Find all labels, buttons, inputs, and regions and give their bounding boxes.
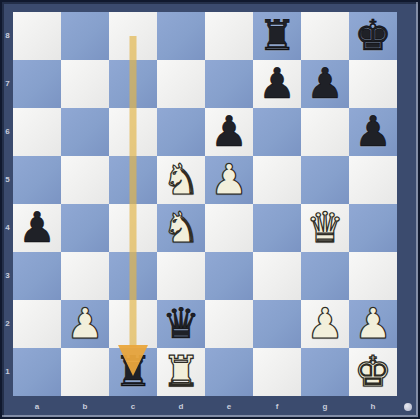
rank-label-7: 7: [2, 60, 13, 108]
square-f6[interactable]: [253, 108, 301, 156]
square-c1[interactable]: ♜: [109, 348, 157, 396]
square-c7[interactable]: [109, 60, 157, 108]
piece-white-knight[interactable]: ♞: [157, 156, 205, 204]
square-h2[interactable]: ♟: [349, 300, 397, 348]
square-e6[interactable]: ♟: [205, 108, 253, 156]
square-h6[interactable]: ♟: [349, 108, 397, 156]
square-h4[interactable]: [349, 204, 397, 252]
square-d7[interactable]: [157, 60, 205, 108]
square-d5[interactable]: ♞: [157, 156, 205, 204]
file-label-f: f: [253, 396, 301, 419]
square-b5[interactable]: [61, 156, 109, 204]
square-h1[interactable]: ♚: [349, 348, 397, 396]
square-e7[interactable]: [205, 60, 253, 108]
square-g2[interactable]: ♟: [301, 300, 349, 348]
piece-white-king[interactable]: ♚: [349, 348, 397, 396]
chess-board: ♜♚♟♟♟♟♞♟♟♞♛♟♛♟♟♜♜♚: [13, 12, 397, 396]
square-e2[interactable]: [205, 300, 253, 348]
square-a4[interactable]: ♟: [13, 204, 61, 252]
square-h8[interactable]: ♚: [349, 12, 397, 60]
piece-black-pawn[interactable]: ♟: [13, 204, 61, 252]
square-d1[interactable]: ♜: [157, 348, 205, 396]
chess-board-frame: ♜♚♟♟♟♟♞♟♟♞♛♟♛♟♟♜♜♚ 87654321 abcdefgh: [0, 0, 420, 419]
square-g7[interactable]: ♟: [301, 60, 349, 108]
square-a5[interactable]: [13, 156, 61, 204]
piece-black-queen[interactable]: ♛: [157, 300, 205, 348]
square-b3[interactable]: [61, 252, 109, 300]
square-f3[interactable]: [253, 252, 301, 300]
square-e8[interactable]: [205, 12, 253, 60]
square-b6[interactable]: [61, 108, 109, 156]
square-a2[interactable]: [13, 300, 61, 348]
square-a7[interactable]: [13, 60, 61, 108]
square-b7[interactable]: [61, 60, 109, 108]
piece-white-rook[interactable]: ♜: [157, 348, 205, 396]
file-label-a: a: [13, 396, 61, 419]
square-b8[interactable]: [61, 12, 109, 60]
square-e1[interactable]: [205, 348, 253, 396]
square-g8[interactable]: [301, 12, 349, 60]
square-d6[interactable]: [157, 108, 205, 156]
square-f1[interactable]: [253, 348, 301, 396]
file-label-b: b: [61, 396, 109, 419]
square-g5[interactable]: [301, 156, 349, 204]
file-label-d: d: [157, 396, 205, 419]
square-d4[interactable]: ♞: [157, 204, 205, 252]
square-e5[interactable]: ♟: [205, 156, 253, 204]
square-a3[interactable]: [13, 252, 61, 300]
rank-label-1: 1: [2, 348, 13, 396]
rank-label-5: 5: [2, 156, 13, 204]
piece-black-rook[interactable]: ♜: [253, 12, 301, 60]
piece-black-pawn[interactable]: ♟: [301, 60, 349, 108]
piece-black-pawn[interactable]: ♟: [205, 108, 253, 156]
square-f2[interactable]: [253, 300, 301, 348]
square-e4[interactable]: [205, 204, 253, 252]
file-label-h: h: [349, 396, 397, 419]
rank-label-6: 6: [2, 108, 13, 156]
square-b4[interactable]: [61, 204, 109, 252]
square-g4[interactable]: ♛: [301, 204, 349, 252]
square-h3[interactable]: [349, 252, 397, 300]
square-c4[interactable]: [109, 204, 157, 252]
square-c2[interactable]: [109, 300, 157, 348]
rank-label-4: 4: [2, 204, 13, 252]
piece-white-queen[interactable]: ♛: [301, 204, 349, 252]
square-c6[interactable]: [109, 108, 157, 156]
file-label-c: c: [109, 396, 157, 419]
square-c5[interactable]: [109, 156, 157, 204]
rank-label-3: 3: [2, 252, 13, 300]
square-f8[interactable]: ♜: [253, 12, 301, 60]
square-b2[interactable]: ♟: [61, 300, 109, 348]
square-f7[interactable]: ♟: [253, 60, 301, 108]
piece-black-rook[interactable]: ♜: [109, 348, 157, 396]
square-f5[interactable]: [253, 156, 301, 204]
file-label-g: g: [301, 396, 349, 419]
square-h5[interactable]: [349, 156, 397, 204]
rank-label-8: 8: [2, 12, 13, 60]
piece-black-pawn[interactable]: ♟: [349, 108, 397, 156]
square-f4[interactable]: [253, 204, 301, 252]
piece-black-pawn[interactable]: ♟: [253, 60, 301, 108]
piece-white-pawn[interactable]: ♟: [301, 300, 349, 348]
square-g1[interactable]: [301, 348, 349, 396]
square-c3[interactable]: [109, 252, 157, 300]
square-a8[interactable]: [13, 12, 61, 60]
piece-white-pawn[interactable]: ♟: [205, 156, 253, 204]
rank-label-2: 2: [2, 300, 13, 348]
square-h7[interactable]: [349, 60, 397, 108]
piece-white-knight[interactable]: ♞: [157, 204, 205, 252]
square-d2[interactable]: ♛: [157, 300, 205, 348]
file-label-e: e: [205, 396, 253, 419]
square-b1[interactable]: [61, 348, 109, 396]
square-a6[interactable]: [13, 108, 61, 156]
corner-dot: [404, 403, 412, 411]
square-d3[interactable]: [157, 252, 205, 300]
square-a1[interactable]: [13, 348, 61, 396]
piece-white-pawn[interactable]: ♟: [61, 300, 109, 348]
square-g3[interactable]: [301, 252, 349, 300]
piece-white-pawn[interactable]: ♟: [349, 300, 397, 348]
piece-black-king[interactable]: ♚: [349, 12, 397, 60]
square-e3[interactable]: [205, 252, 253, 300]
square-d8[interactable]: [157, 12, 205, 60]
square-g6[interactable]: [301, 108, 349, 156]
square-c8[interactable]: [109, 12, 157, 60]
